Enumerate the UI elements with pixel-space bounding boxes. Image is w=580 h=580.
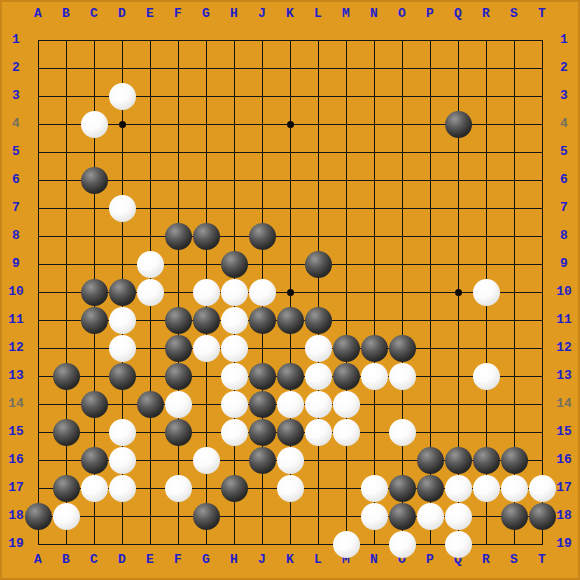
intersection-C9[interactable] [80, 250, 108, 278]
black-stone-N12[interactable] [361, 335, 388, 362]
intersection-F9[interactable] [164, 250, 192, 278]
intersection-G8[interactable] [192, 222, 220, 250]
intersection-R5[interactable] [472, 138, 500, 166]
intersection-S15[interactable] [500, 418, 528, 446]
intersection-R17[interactable] [472, 474, 500, 502]
intersection-F18[interactable] [164, 502, 192, 530]
intersection-H2[interactable] [220, 54, 248, 82]
intersection-C5[interactable] [80, 138, 108, 166]
intersection-D10[interactable] [108, 278, 136, 306]
black-stone-C10[interactable] [81, 279, 108, 306]
white-stone-D12[interactable] [109, 335, 136, 362]
intersection-D15[interactable] [108, 418, 136, 446]
intersection-J3[interactable] [248, 82, 276, 110]
intersection-F1[interactable] [164, 26, 192, 54]
intersection-G6[interactable] [192, 166, 220, 194]
white-stone-O15[interactable] [389, 419, 416, 446]
intersection-M12[interactable] [332, 334, 360, 362]
intersection-L16[interactable] [304, 446, 332, 474]
black-stone-C16[interactable] [81, 447, 108, 474]
intersection-S14[interactable] [500, 390, 528, 418]
intersection-C1[interactable] [80, 26, 108, 54]
intersection-E4[interactable] [136, 110, 164, 138]
intersection-J4[interactable] [248, 110, 276, 138]
intersection-E6[interactable] [136, 166, 164, 194]
intersection-O15[interactable] [388, 418, 416, 446]
intersection-D4[interactable] [108, 110, 136, 138]
intersection-D19[interactable] [108, 530, 136, 558]
intersection-G17[interactable] [192, 474, 220, 502]
intersection-H8[interactable] [220, 222, 248, 250]
intersection-M18[interactable] [332, 502, 360, 530]
intersection-E17[interactable] [136, 474, 164, 502]
intersection-N3[interactable] [360, 82, 388, 110]
intersection-B1[interactable] [52, 26, 80, 54]
intersection-B3[interactable] [52, 82, 80, 110]
intersection-O1[interactable] [388, 26, 416, 54]
black-stone-G11[interactable] [193, 307, 220, 334]
intersection-M8[interactable] [332, 222, 360, 250]
intersection-E19[interactable] [136, 530, 164, 558]
intersection-A15[interactable] [24, 418, 52, 446]
white-stone-O19[interactable] [389, 531, 416, 558]
intersection-K4[interactable] [276, 110, 304, 138]
black-stone-F15[interactable] [165, 419, 192, 446]
intersection-J19[interactable] [248, 530, 276, 558]
intersection-F16[interactable] [164, 446, 192, 474]
white-stone-F17[interactable] [165, 475, 192, 502]
intersection-A11[interactable] [24, 306, 52, 334]
intersection-D6[interactable] [108, 166, 136, 194]
intersection-B7[interactable] [52, 194, 80, 222]
white-stone-Q17[interactable] [445, 475, 472, 502]
intersection-E1[interactable] [136, 26, 164, 54]
white-stone-G10[interactable] [193, 279, 220, 306]
black-stone-F8[interactable] [165, 223, 192, 250]
intersection-H18[interactable] [220, 502, 248, 530]
intersection-R11[interactable] [472, 306, 500, 334]
intersection-H1[interactable] [220, 26, 248, 54]
intersection-G15[interactable] [192, 418, 220, 446]
intersection-B9[interactable] [52, 250, 80, 278]
intersection-Q19[interactable] [444, 530, 472, 558]
intersection-D18[interactable] [108, 502, 136, 530]
intersection-N6[interactable] [360, 166, 388, 194]
intersection-B11[interactable] [52, 306, 80, 334]
intersection-T1[interactable] [528, 26, 556, 54]
intersection-M5[interactable] [332, 138, 360, 166]
intersection-J10[interactable] [248, 278, 276, 306]
intersection-O16[interactable] [388, 446, 416, 474]
intersection-P18[interactable] [416, 502, 444, 530]
intersection-M14[interactable] [332, 390, 360, 418]
intersection-S13[interactable] [500, 362, 528, 390]
intersection-L4[interactable] [304, 110, 332, 138]
intersection-J9[interactable] [248, 250, 276, 278]
intersection-J2[interactable] [248, 54, 276, 82]
intersection-R8[interactable] [472, 222, 500, 250]
intersection-M4[interactable] [332, 110, 360, 138]
intersection-F2[interactable] [164, 54, 192, 82]
intersection-L8[interactable] [304, 222, 332, 250]
intersection-T12[interactable] [528, 334, 556, 362]
intersection-K7[interactable] [276, 194, 304, 222]
intersection-M19[interactable] [332, 530, 360, 558]
intersection-B4[interactable] [52, 110, 80, 138]
intersection-B2[interactable] [52, 54, 80, 82]
intersection-A14[interactable] [24, 390, 52, 418]
intersection-F14[interactable] [164, 390, 192, 418]
white-stone-M19[interactable] [333, 531, 360, 558]
intersection-C17[interactable] [80, 474, 108, 502]
black-stone-J8[interactable] [249, 223, 276, 250]
black-stone-F12[interactable] [165, 335, 192, 362]
intersection-J6[interactable] [248, 166, 276, 194]
intersection-Q8[interactable] [444, 222, 472, 250]
intersection-T7[interactable] [528, 194, 556, 222]
intersection-R2[interactable] [472, 54, 500, 82]
intersection-C12[interactable] [80, 334, 108, 362]
intersection-D12[interactable] [108, 334, 136, 362]
board-points[interactable] [24, 26, 556, 558]
intersection-S11[interactable] [500, 306, 528, 334]
intersection-O9[interactable] [388, 250, 416, 278]
white-stone-N13[interactable] [361, 363, 388, 390]
intersection-M7[interactable] [332, 194, 360, 222]
intersection-G7[interactable] [192, 194, 220, 222]
intersection-M16[interactable] [332, 446, 360, 474]
intersection-E2[interactable] [136, 54, 164, 82]
intersection-R18[interactable] [472, 502, 500, 530]
intersection-K3[interactable] [276, 82, 304, 110]
white-stone-H15[interactable] [221, 419, 248, 446]
black-stone-A18[interactable] [25, 503, 52, 530]
white-stone-C4[interactable] [81, 111, 108, 138]
black-stone-D10[interactable] [109, 279, 136, 306]
intersection-J15[interactable] [248, 418, 276, 446]
intersection-T3[interactable] [528, 82, 556, 110]
intersection-H11[interactable] [220, 306, 248, 334]
intersection-N18[interactable] [360, 502, 388, 530]
intersection-G12[interactable] [192, 334, 220, 362]
intersection-P10[interactable] [416, 278, 444, 306]
intersection-A13[interactable] [24, 362, 52, 390]
intersection-T10[interactable] [528, 278, 556, 306]
intersection-H6[interactable] [220, 166, 248, 194]
white-stone-K14[interactable] [277, 391, 304, 418]
intersection-L11[interactable] [304, 306, 332, 334]
intersection-H7[interactable] [220, 194, 248, 222]
intersection-H4[interactable] [220, 110, 248, 138]
intersection-Q4[interactable] [444, 110, 472, 138]
intersection-D17[interactable] [108, 474, 136, 502]
intersection-A9[interactable] [24, 250, 52, 278]
intersection-H13[interactable] [220, 362, 248, 390]
intersection-C6[interactable] [80, 166, 108, 194]
intersection-C13[interactable] [80, 362, 108, 390]
intersection-D1[interactable] [108, 26, 136, 54]
intersection-G18[interactable] [192, 502, 220, 530]
white-stone-J10[interactable] [249, 279, 276, 306]
intersection-T17[interactable] [528, 474, 556, 502]
intersection-M17[interactable] [332, 474, 360, 502]
intersection-R14[interactable] [472, 390, 500, 418]
intersection-J12[interactable] [248, 334, 276, 362]
intersection-R10[interactable] [472, 278, 500, 306]
intersection-Q5[interactable] [444, 138, 472, 166]
white-stone-L15[interactable] [305, 419, 332, 446]
intersection-N1[interactable] [360, 26, 388, 54]
intersection-B19[interactable] [52, 530, 80, 558]
intersection-P3[interactable] [416, 82, 444, 110]
white-stone-P18[interactable] [417, 503, 444, 530]
intersection-E5[interactable] [136, 138, 164, 166]
intersection-C14[interactable] [80, 390, 108, 418]
intersection-E16[interactable] [136, 446, 164, 474]
black-stone-Q16[interactable] [445, 447, 472, 474]
black-stone-C6[interactable] [81, 167, 108, 194]
intersection-H17[interactable] [220, 474, 248, 502]
intersection-C19[interactable] [80, 530, 108, 558]
intersection-E3[interactable] [136, 82, 164, 110]
intersection-R3[interactable] [472, 82, 500, 110]
intersection-K2[interactable] [276, 54, 304, 82]
intersection-G9[interactable] [192, 250, 220, 278]
intersection-K15[interactable] [276, 418, 304, 446]
intersection-T11[interactable] [528, 306, 556, 334]
intersection-L12[interactable] [304, 334, 332, 362]
intersection-A8[interactable] [24, 222, 52, 250]
intersection-Q1[interactable] [444, 26, 472, 54]
white-stone-D3[interactable] [109, 83, 136, 110]
intersection-G2[interactable] [192, 54, 220, 82]
intersection-S7[interactable] [500, 194, 528, 222]
intersection-M3[interactable] [332, 82, 360, 110]
white-stone-H13[interactable] [221, 363, 248, 390]
black-stone-L11[interactable] [305, 307, 332, 334]
intersection-O7[interactable] [388, 194, 416, 222]
intersection-P19[interactable] [416, 530, 444, 558]
intersection-L7[interactable] [304, 194, 332, 222]
intersection-S2[interactable] [500, 54, 528, 82]
intersection-B17[interactable] [52, 474, 80, 502]
intersection-G5[interactable] [192, 138, 220, 166]
intersection-P17[interactable] [416, 474, 444, 502]
intersection-O18[interactable] [388, 502, 416, 530]
intersection-L14[interactable] [304, 390, 332, 418]
black-stone-B13[interactable] [53, 363, 80, 390]
intersection-K18[interactable] [276, 502, 304, 530]
intersection-D13[interactable] [108, 362, 136, 390]
intersection-N10[interactable] [360, 278, 388, 306]
black-stone-K11[interactable] [277, 307, 304, 334]
black-stone-H17[interactable] [221, 475, 248, 502]
black-stone-C14[interactable] [81, 391, 108, 418]
intersection-C8[interactable] [80, 222, 108, 250]
intersection-S19[interactable] [500, 530, 528, 558]
intersection-T18[interactable] [528, 502, 556, 530]
intersection-M6[interactable] [332, 166, 360, 194]
black-stone-E14[interactable] [137, 391, 164, 418]
intersection-H15[interactable] [220, 418, 248, 446]
white-stone-D17[interactable] [109, 475, 136, 502]
intersection-P14[interactable] [416, 390, 444, 418]
intersection-Q7[interactable] [444, 194, 472, 222]
intersection-C16[interactable] [80, 446, 108, 474]
intersection-E9[interactable] [136, 250, 164, 278]
intersection-E7[interactable] [136, 194, 164, 222]
intersection-S3[interactable] [500, 82, 528, 110]
white-stone-B18[interactable] [53, 503, 80, 530]
black-stone-H9[interactable] [221, 251, 248, 278]
intersection-Q16[interactable] [444, 446, 472, 474]
intersection-J14[interactable] [248, 390, 276, 418]
intersection-Q6[interactable] [444, 166, 472, 194]
intersection-O14[interactable] [388, 390, 416, 418]
black-stone-P17[interactable] [417, 475, 444, 502]
intersection-F8[interactable] [164, 222, 192, 250]
intersection-P4[interactable] [416, 110, 444, 138]
intersection-O5[interactable] [388, 138, 416, 166]
intersection-N14[interactable] [360, 390, 388, 418]
intersection-M11[interactable] [332, 306, 360, 334]
intersection-N16[interactable] [360, 446, 388, 474]
intersection-R7[interactable] [472, 194, 500, 222]
intersection-Q18[interactable] [444, 502, 472, 530]
intersection-Q13[interactable] [444, 362, 472, 390]
intersection-E12[interactable] [136, 334, 164, 362]
white-stone-T17[interactable] [529, 475, 556, 502]
intersection-N19[interactable] [360, 530, 388, 558]
intersection-A19[interactable] [24, 530, 52, 558]
intersection-G3[interactable] [192, 82, 220, 110]
intersection-F5[interactable] [164, 138, 192, 166]
intersection-R4[interactable] [472, 110, 500, 138]
intersection-H19[interactable] [220, 530, 248, 558]
intersection-D11[interactable] [108, 306, 136, 334]
intersection-P2[interactable] [416, 54, 444, 82]
intersection-P12[interactable] [416, 334, 444, 362]
white-stone-L12[interactable] [305, 335, 332, 362]
white-stone-C17[interactable] [81, 475, 108, 502]
intersection-K12[interactable] [276, 334, 304, 362]
intersection-F12[interactable] [164, 334, 192, 362]
intersection-P5[interactable] [416, 138, 444, 166]
intersection-H5[interactable] [220, 138, 248, 166]
black-stone-J16[interactable] [249, 447, 276, 474]
intersection-D7[interactable] [108, 194, 136, 222]
intersection-S8[interactable] [500, 222, 528, 250]
intersection-K16[interactable] [276, 446, 304, 474]
white-stone-K17[interactable] [277, 475, 304, 502]
intersection-R1[interactable] [472, 26, 500, 54]
intersection-G19[interactable] [192, 530, 220, 558]
intersection-J18[interactable] [248, 502, 276, 530]
intersection-R13[interactable] [472, 362, 500, 390]
intersection-S12[interactable] [500, 334, 528, 362]
intersection-B16[interactable] [52, 446, 80, 474]
intersection-L17[interactable] [304, 474, 332, 502]
intersection-H14[interactable] [220, 390, 248, 418]
white-stone-N17[interactable] [361, 475, 388, 502]
intersection-G16[interactable] [192, 446, 220, 474]
intersection-F17[interactable] [164, 474, 192, 502]
intersection-F15[interactable] [164, 418, 192, 446]
intersection-P9[interactable] [416, 250, 444, 278]
black-stone-C11[interactable] [81, 307, 108, 334]
intersection-N17[interactable] [360, 474, 388, 502]
intersection-D5[interactable] [108, 138, 136, 166]
white-stone-D16[interactable] [109, 447, 136, 474]
white-stone-R13[interactable] [473, 363, 500, 390]
intersection-G14[interactable] [192, 390, 220, 418]
white-stone-E10[interactable] [137, 279, 164, 306]
intersection-Q12[interactable] [444, 334, 472, 362]
intersection-B15[interactable] [52, 418, 80, 446]
intersection-F13[interactable] [164, 362, 192, 390]
intersection-A16[interactable] [24, 446, 52, 474]
white-stone-M15[interactable] [333, 419, 360, 446]
black-stone-J15[interactable] [249, 419, 276, 446]
black-stone-S18[interactable] [501, 503, 528, 530]
intersection-E15[interactable] [136, 418, 164, 446]
intersection-F11[interactable] [164, 306, 192, 334]
black-stone-B17[interactable] [53, 475, 80, 502]
black-stone-K15[interactable] [277, 419, 304, 446]
intersection-C3[interactable] [80, 82, 108, 110]
black-stone-T18[interactable] [529, 503, 556, 530]
intersection-D8[interactable] [108, 222, 136, 250]
white-stone-F14[interactable] [165, 391, 192, 418]
intersection-L9[interactable] [304, 250, 332, 278]
white-stone-N18[interactable] [361, 503, 388, 530]
intersection-T19[interactable] [528, 530, 556, 558]
intersection-N7[interactable] [360, 194, 388, 222]
black-stone-M13[interactable] [333, 363, 360, 390]
intersection-O10[interactable] [388, 278, 416, 306]
black-stone-O12[interactable] [389, 335, 416, 362]
black-stone-P16[interactable] [417, 447, 444, 474]
intersection-P15[interactable] [416, 418, 444, 446]
intersection-Q10[interactable] [444, 278, 472, 306]
intersection-T16[interactable] [528, 446, 556, 474]
intersection-S18[interactable] [500, 502, 528, 530]
intersection-N2[interactable] [360, 54, 388, 82]
intersection-K5[interactable] [276, 138, 304, 166]
intersection-H16[interactable] [220, 446, 248, 474]
intersection-M2[interactable] [332, 54, 360, 82]
intersection-Q3[interactable] [444, 82, 472, 110]
black-stone-Q4[interactable] [445, 111, 472, 138]
intersection-S1[interactable] [500, 26, 528, 54]
intersection-T15[interactable] [528, 418, 556, 446]
intersection-E10[interactable] [136, 278, 164, 306]
intersection-S4[interactable] [500, 110, 528, 138]
black-stone-R16[interactable] [473, 447, 500, 474]
intersection-F10[interactable] [164, 278, 192, 306]
white-stone-S17[interactable] [501, 475, 528, 502]
intersection-L2[interactable] [304, 54, 332, 82]
intersection-J7[interactable] [248, 194, 276, 222]
intersection-H12[interactable] [220, 334, 248, 362]
intersection-T2[interactable] [528, 54, 556, 82]
intersection-F19[interactable] [164, 530, 192, 558]
intersection-T13[interactable] [528, 362, 556, 390]
intersection-C2[interactable] [80, 54, 108, 82]
intersection-P16[interactable] [416, 446, 444, 474]
intersection-B5[interactable] [52, 138, 80, 166]
intersection-E18[interactable] [136, 502, 164, 530]
